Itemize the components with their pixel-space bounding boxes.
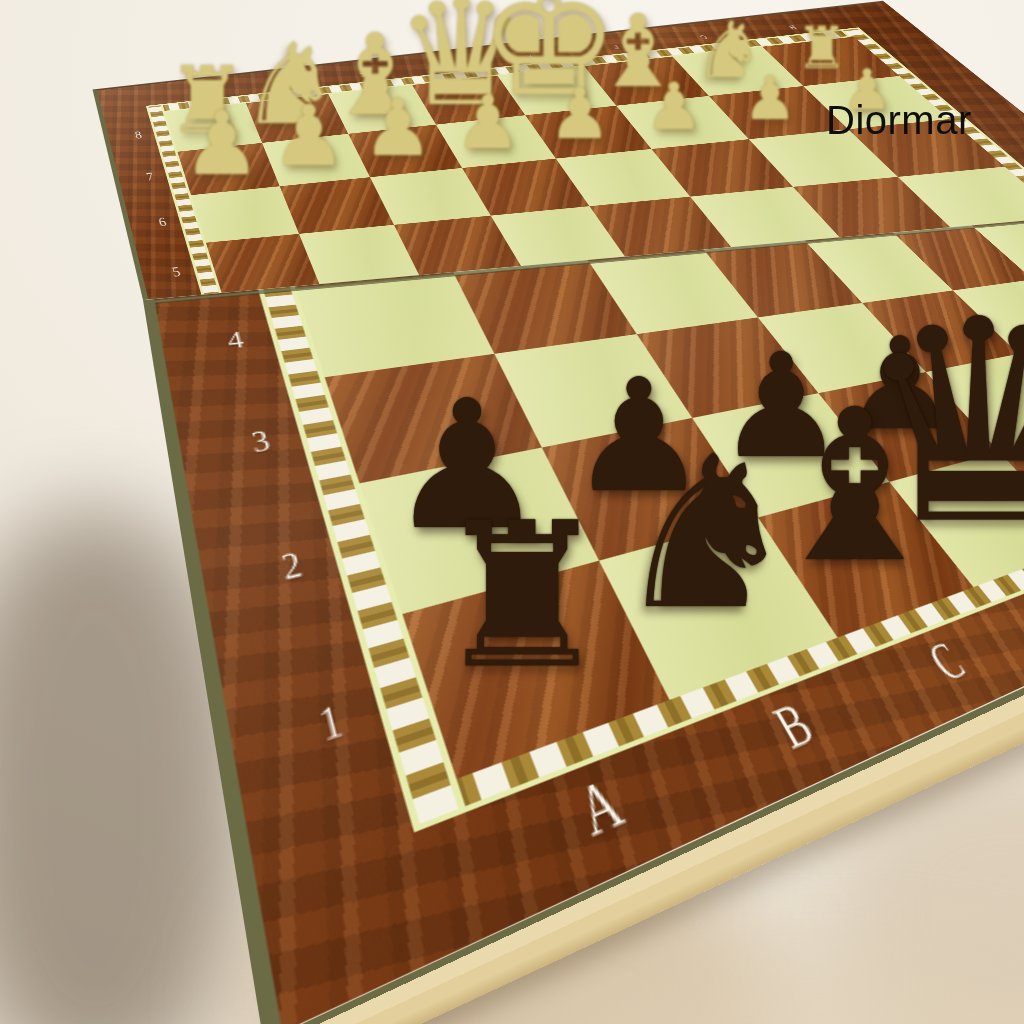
piece-dark-rook-a1: ♜	[432, 496, 611, 696]
chessboard-product-photo: 87654321AABBCCDDEEFFGGHH 87654321AABBCCD…	[0, 0, 1024, 1024]
piece-light-pawn-c7: ♟	[363, 89, 434, 168]
piece-light-pawn-e7: ♟	[549, 79, 612, 149]
piece-dark-queen-d1: ♛	[852, 283, 1024, 563]
rank-label-7: 7	[145, 170, 155, 184]
piece-light-pawn-f7: ♟	[645, 74, 703, 139]
piece-light-pawn-g7: ♟	[743, 68, 797, 128]
rank-label-8: 8	[133, 129, 143, 141]
rank-label-2: 2	[277, 543, 306, 588]
file-label-b: B	[762, 689, 824, 763]
piece-light-pawn-d7: ♟	[455, 85, 521, 159]
rank-label-6: 6	[157, 215, 168, 230]
rank-label-5: 5	[170, 264, 182, 280]
file-label-a: A	[566, 763, 633, 854]
rank-label-1: 1	[314, 694, 347, 753]
piece-light-pawn-b7: ♟	[271, 94, 346, 178]
piece-light-rook-h8: ♜	[796, 19, 848, 77]
piece-light-pawn-a7: ♟	[183, 100, 262, 188]
brand-watermark: Diormar	[826, 98, 972, 143]
rank-label-3: 3	[248, 424, 273, 460]
rank-label-4: 4	[224, 326, 246, 355]
file-label-c: C	[916, 631, 976, 694]
